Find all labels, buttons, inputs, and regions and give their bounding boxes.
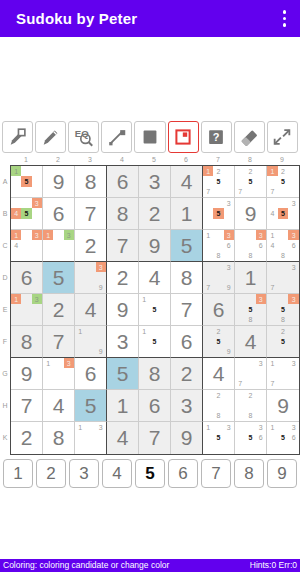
candidates: 37 — [267, 262, 299, 293]
cell-E1[interactable]: 13 — [11, 294, 43, 326]
cell-K3[interactable]: 13 — [75, 422, 107, 454]
cell-G6[interactable]: 2 — [171, 358, 203, 390]
big-digit: 4 — [213, 362, 225, 386]
col-label-6: 6 — [170, 155, 202, 165]
candidate-7: 7 — [203, 187, 213, 197]
cell-G9[interactable]: 137 — [267, 358, 299, 390]
big-digit: 5 — [181, 234, 193, 258]
big-digit: 3 — [181, 394, 193, 418]
cell-K4[interactable]: 4 — [107, 422, 139, 454]
digit-3-button[interactable]: 3 — [69, 459, 99, 488]
candidate-3: 3 — [224, 422, 234, 433]
app-title: Sudoku by Peter — [16, 10, 279, 27]
cell-E8[interactable]: 358 — [235, 294, 267, 326]
big-digit: 8 — [149, 362, 161, 386]
cell-A2[interactable]: 9 — [43, 166, 75, 198]
candidates: 13468 — [267, 230, 299, 261]
candidate-3: 3 — [96, 262, 106, 272]
candidate-7: 7 — [267, 187, 278, 197]
candidate-8: 8 — [245, 315, 255, 325]
candidates: 257 — [235, 166, 266, 197]
candidate-1: 1 — [11, 294, 21, 304]
big-digit: 8 — [53, 426, 65, 450]
cell-F3[interactable]: 19 — [75, 326, 107, 358]
cell-F2[interactable]: 7 — [43, 326, 75, 358]
big-digit: 8 — [85, 170, 97, 194]
candidate-1: 1 — [11, 230, 21, 240]
candidates: 345 — [11, 198, 42, 229]
cell-H2[interactable]: 4 — [43, 390, 75, 422]
candidate-5: 5 — [213, 208, 223, 218]
big-digit: 2 — [181, 362, 193, 386]
candidates: 25 — [267, 326, 299, 357]
cell-K8[interactable]: 356 — [235, 422, 267, 454]
candidate-1: 1 — [267, 422, 278, 433]
digit-1-button[interactable]: 1 — [3, 459, 33, 488]
candidate-1: 1 — [203, 166, 213, 176]
big-digit: 7 — [21, 394, 33, 418]
cell-K1[interactable]: 2 — [11, 422, 43, 454]
candidate-3: 3 — [96, 422, 106, 433]
cell-F6[interactable]: 6 — [171, 326, 203, 358]
row-label-F: F — [0, 325, 10, 357]
candidate-1: 1 — [43, 358, 53, 368]
pencil-tool-button[interactable] — [35, 121, 66, 153]
candidates: 39 — [75, 262, 106, 293]
cell-D1[interactable]: 6 — [11, 262, 43, 294]
col-label-9: 9 — [266, 155, 298, 165]
cell-B6[interactable]: 1 — [171, 198, 203, 230]
candidate-1: 1 — [267, 358, 278, 368]
cell-E9[interactable]: 358 — [267, 294, 299, 326]
row-label-A: A — [0, 165, 10, 197]
candidate-3: 3 — [288, 198, 299, 208]
pencil-box-icon — [7, 126, 29, 148]
candidates: 15 — [11, 166, 42, 197]
big-digit: 7 — [53, 330, 65, 354]
big-digit: 9 — [117, 298, 129, 322]
candidates: 15 — [139, 326, 170, 357]
candidate-1: 1 — [203, 422, 213, 433]
candidate-2: 2 — [245, 390, 255, 400]
candidate-5: 5 — [21, 176, 31, 186]
candidates: 358 — [267, 294, 299, 325]
candidate-4: 4 — [267, 240, 278, 250]
cell-D9[interactable]: 37 — [267, 262, 299, 294]
candidate-9: 9 — [224, 347, 234, 357]
cell-F4[interactable]: 3 — [107, 326, 139, 358]
col-label-5: 5 — [138, 155, 170, 165]
cell-D7[interactable]: 379 — [203, 262, 235, 294]
cell-C3[interactable]: 2 — [75, 230, 107, 262]
candidate-3: 3 — [224, 198, 234, 208]
cell-G5[interactable]: 8 — [139, 358, 171, 390]
cell-B4[interactable]: 8 — [107, 198, 139, 230]
big-digit: 5 — [85, 394, 97, 418]
candidate-9: 9 — [96, 347, 106, 357]
candidates: 379 — [203, 262, 234, 293]
cell-F9[interactable]: 25 — [267, 326, 299, 358]
big-digit: 6 — [85, 362, 97, 386]
candidate-3: 3 — [288, 230, 299, 240]
candidates: 13 — [43, 358, 74, 389]
candidate-5: 5 — [245, 433, 255, 444]
row-label-H: H — [0, 389, 10, 421]
cell-B1[interactable]: 345 — [11, 198, 43, 230]
candidate-5: 5 — [213, 433, 223, 444]
fill-tool-button[interactable] — [134, 121, 165, 153]
cell-H7[interactable]: 28 — [203, 390, 235, 422]
big-digit: 2 — [149, 202, 161, 226]
candidates: 135 — [203, 422, 234, 454]
row-label-D: D — [0, 261, 10, 293]
row-label-G: G — [0, 357, 10, 389]
cell-K2[interactable]: 8 — [43, 422, 75, 454]
candidate-3: 3 — [288, 358, 299, 368]
cell-H6[interactable]: 3 — [171, 390, 203, 422]
candidate-3: 3 — [256, 358, 266, 368]
cell-G7[interactable]: 4 — [203, 358, 235, 390]
candidate-7: 7 — [267, 379, 278, 389]
cell-D2[interactable]: 5 — [43, 262, 75, 294]
candidate-1: 1 — [203, 230, 213, 240]
big-digit: 8 — [21, 330, 33, 354]
line-box-icon — [106, 126, 128, 148]
candidates: 28 — [235, 390, 266, 421]
cell-D6[interactable]: 8 — [171, 262, 203, 294]
candidate-3: 3 — [32, 230, 42, 240]
eq-search-icon: EQ — [73, 126, 95, 148]
help-icon: ? — [205, 126, 227, 148]
candidate-7: 7 — [235, 187, 245, 197]
color-corner-icon — [172, 126, 194, 148]
candidate-5: 5 — [149, 304, 159, 314]
candidate-1: 1 — [75, 422, 85, 433]
coloring-tool-button[interactable] — [168, 121, 199, 153]
candidates: 1257 — [203, 166, 234, 197]
candidate-2: 2 — [278, 166, 289, 176]
candidate-5: 5 — [21, 208, 31, 218]
column-labels: 123456789 — [10, 155, 300, 165]
candidate-3: 3 — [256, 230, 266, 240]
candidate-1: 1 — [139, 294, 149, 304]
digit-2-button[interactable]: 2 — [36, 459, 66, 488]
cell-H4[interactable]: 1 — [107, 390, 139, 422]
sudoku-grid: 1598634125725712573456782135934513413279… — [10, 165, 300, 455]
candidate-5: 5 — [245, 304, 255, 314]
candidate-8: 8 — [245, 411, 255, 421]
cell-B9[interactable]: 345 — [267, 198, 299, 230]
big-digit: 7 — [181, 298, 193, 322]
expand-icon — [271, 126, 293, 148]
candidates: 345 — [267, 198, 299, 229]
candidates: 134 — [11, 230, 42, 261]
candidates: 13 — [43, 230, 74, 261]
candidates: 368 — [235, 230, 266, 261]
candidate-3: 3 — [256, 422, 266, 433]
big-digit: 5 — [117, 362, 129, 386]
candidate-4: 4 — [267, 208, 278, 218]
col-label-1: 1 — [10, 155, 42, 165]
big-digit: 6 — [213, 298, 225, 322]
candidate-7: 7 — [203, 283, 213, 293]
cell-A8[interactable]: 257 — [235, 166, 267, 198]
big-digit: 3 — [149, 170, 161, 194]
cell-A3[interactable]: 8 — [75, 166, 107, 198]
candidate-3: 3 — [224, 262, 234, 272]
col-label-4: 4 — [106, 155, 138, 165]
col-label-7: 7 — [202, 155, 234, 165]
big-digit: 2 — [117, 266, 129, 290]
col-label-8: 8 — [234, 155, 266, 165]
big-digit: 4 — [245, 330, 257, 354]
candidate-8: 8 — [245, 251, 255, 261]
candidates: 15 — [139, 294, 170, 325]
big-digit: 7 — [85, 202, 97, 226]
cell-B7[interactable]: 35 — [203, 198, 235, 230]
cell-B8[interactable]: 9 — [235, 198, 267, 230]
candidate-5: 5 — [278, 208, 289, 218]
big-digit: 9 — [53, 170, 65, 194]
cell-C9[interactable]: 13468 — [267, 230, 299, 262]
cell-D8[interactable]: 1 — [235, 262, 267, 294]
candidate-9: 9 — [224, 283, 234, 293]
candidates: 28 — [203, 390, 234, 421]
app: Sudoku by Peter EQ? 123456789 ABCDEFGHK … — [0, 0, 300, 572]
candidate-2: 2 — [245, 166, 255, 176]
candidate-7: 7 — [235, 379, 245, 389]
cell-D4[interactable]: 2 — [107, 262, 139, 294]
fullscreen-tool-button[interactable] — [267, 121, 298, 153]
big-digit: 9 — [181, 426, 193, 450]
cell-H8[interactable]: 28 — [235, 390, 267, 422]
cell-A9[interactable]: 1257 — [267, 166, 299, 198]
candidate-5: 5 — [213, 336, 223, 346]
candidate-2: 2 — [213, 326, 223, 336]
candidate-1: 1 — [11, 166, 21, 176]
cell-K6[interactable]: 9 — [171, 422, 203, 454]
candidate-3: 3 — [64, 230, 74, 240]
cell-A6[interactable]: 4 — [171, 166, 203, 198]
cell-G2[interactable]: 13 — [43, 358, 75, 390]
candidate-8: 8 — [278, 315, 289, 325]
candidates: 19 — [75, 326, 106, 357]
big-digit: 6 — [181, 330, 193, 354]
big-digit: 4 — [117, 426, 129, 450]
candidate-3: 3 — [224, 230, 234, 240]
candidate-1: 1 — [43, 230, 53, 240]
candidate-4: 4 — [11, 240, 21, 250]
candidate-4: 4 — [11, 208, 21, 218]
app-bar: Sudoku by Peter — [0, 0, 300, 37]
number-pad: 123456789 — [0, 459, 300, 488]
status-counters: Hints:0 Err:0 — [250, 559, 297, 572]
big-digit: 3 — [117, 330, 129, 354]
digit-7-button[interactable]: 7 — [201, 459, 231, 488]
cell-H5[interactable]: 6 — [139, 390, 171, 422]
cell-B2[interactable]: 6 — [43, 198, 75, 230]
cell-B3[interactable]: 7 — [75, 198, 107, 230]
candidates: 13 — [11, 294, 42, 325]
digit-5-button[interactable]: 5 — [135, 459, 165, 488]
cell-H9[interactable]: 9 — [267, 390, 299, 422]
candidates: 35 — [203, 198, 234, 229]
row-labels: ABCDEFGHK — [0, 165, 10, 455]
cell-G8[interactable]: 37 — [235, 358, 267, 390]
cell-F5[interactable]: 15 — [139, 326, 171, 358]
cell-F1[interactable]: 8 — [11, 326, 43, 358]
candidate-5: 5 — [149, 336, 159, 346]
row-label-C: C — [0, 229, 10, 261]
candidate-8: 8 — [213, 251, 223, 261]
candidate-3: 3 — [256, 294, 266, 304]
candidate-3: 3 — [288, 422, 299, 433]
toolbar: EQ? — [0, 121, 300, 153]
big-digit: 9 — [277, 394, 289, 418]
big-digit: 8 — [181, 266, 193, 290]
edit-note-tool-button[interactable] — [2, 121, 33, 153]
candidates: 1368 — [203, 230, 234, 261]
hint-tool-button[interactable]: ? — [201, 121, 232, 153]
cell-G1[interactable]: 9 — [11, 358, 43, 390]
candidate-7: 7 — [267, 283, 278, 293]
big-digit: 6 — [149, 394, 161, 418]
candidate-3: 3 — [288, 262, 299, 272]
col-label-3: 3 — [74, 155, 106, 165]
row-label-E: E — [0, 293, 10, 325]
digit-4-button[interactable]: 4 — [102, 459, 132, 488]
candidates: 37 — [235, 358, 266, 389]
cell-E2[interactable]: 2 — [43, 294, 75, 326]
candidate-8: 8 — [278, 251, 289, 261]
chain-tool-button[interactable] — [101, 121, 132, 153]
candidate-6: 6 — [256, 433, 266, 444]
cell-F7[interactable]: 259 — [203, 326, 235, 358]
cell-C8[interactable]: 368 — [235, 230, 267, 262]
svg-text:?: ? — [213, 131, 220, 143]
status-bar: Coloring: coloring candidate or change c… — [0, 559, 300, 572]
cell-E6[interactable]: 7 — [171, 294, 203, 326]
candidate-2: 2 — [213, 166, 223, 176]
cell-E3[interactable]: 4 — [75, 294, 107, 326]
big-digit: 9 — [245, 202, 257, 226]
big-digit: 1 — [117, 394, 129, 418]
big-digit: 8 — [117, 202, 129, 226]
cell-A4[interactable]: 6 — [107, 166, 139, 198]
candidate-3: 3 — [64, 358, 74, 368]
cell-C6[interactable]: 5 — [171, 230, 203, 262]
cell-C1[interactable]: 134 — [11, 230, 43, 262]
candidate-2: 2 — [213, 390, 223, 400]
row-label-B: B — [0, 197, 10, 229]
big-digit: 4 — [53, 394, 65, 418]
candidates: 356 — [235, 422, 266, 454]
eraser-tool-button[interactable] — [234, 121, 265, 153]
cell-K9[interactable]: 1356 — [267, 422, 299, 454]
big-digit: 9 — [149, 234, 161, 258]
candidate-5: 5 — [213, 176, 223, 186]
candidate-1: 1 — [267, 166, 278, 176]
candidates: 1356 — [267, 422, 299, 454]
big-digit: 4 — [181, 170, 193, 194]
cell-C2[interactable]: 13 — [43, 230, 75, 262]
cell-C7[interactable]: 1368 — [203, 230, 235, 262]
candidate-2: 2 — [278, 326, 289, 336]
cell-A1[interactable]: 15 — [11, 166, 43, 198]
candidate-9: 9 — [96, 283, 106, 293]
cell-E4[interactable]: 9 — [107, 294, 139, 326]
status-message: Coloring: coloring candidate or change c… — [3, 559, 169, 572]
big-digit: 4 — [85, 298, 97, 322]
candidate-3: 3 — [288, 294, 299, 304]
analyze-tool-button[interactable]: EQ — [68, 121, 99, 153]
cell-K7[interactable]: 135 — [203, 422, 235, 454]
cell-E5[interactable]: 15 — [139, 294, 171, 326]
cell-D3[interactable]: 39 — [75, 262, 107, 294]
big-digit: 6 — [21, 266, 33, 290]
digit-9-button[interactable]: 9 — [267, 459, 297, 488]
big-digit: 9 — [21, 362, 33, 386]
candidate-6: 6 — [224, 240, 234, 250]
cell-D5[interactable]: 4 — [139, 262, 171, 294]
candidate-5: 5 — [245, 176, 255, 186]
cell-H1[interactable]: 7 — [11, 390, 43, 422]
candidate-1: 1 — [139, 326, 149, 336]
big-digit: 6 — [53, 202, 65, 226]
candidate-5: 5 — [278, 336, 289, 346]
big-digit: 1 — [181, 202, 193, 226]
fill-square-icon — [139, 126, 161, 148]
big-digit: 2 — [21, 426, 33, 450]
candidates: 1257 — [267, 166, 299, 197]
cell-E7[interactable]: 6 — [203, 294, 235, 326]
digit-8-button[interactable]: 8 — [234, 459, 264, 488]
candidate-3: 3 — [32, 198, 42, 208]
cell-A7[interactable]: 1257 — [203, 166, 235, 198]
big-digit: 2 — [53, 298, 65, 322]
candidate-6: 6 — [288, 433, 299, 444]
candidate-1: 1 — [75, 326, 85, 336]
big-digit: 7 — [117, 234, 129, 258]
digit-6-button[interactable]: 6 — [168, 459, 198, 488]
overflow-menu-icon[interactable] — [279, 6, 291, 31]
candidate-5: 5 — [278, 433, 289, 444]
candidate-6: 6 — [288, 240, 299, 250]
cell-G4[interactable]: 5 — [107, 358, 139, 390]
cell-K5[interactable]: 7 — [139, 422, 171, 454]
candidates: 137 — [267, 358, 299, 389]
candidates: 259 — [203, 326, 234, 357]
candidate-8: 8 — [213, 411, 223, 421]
cell-C5[interactable]: 9 — [139, 230, 171, 262]
big-digit: 1 — [245, 266, 257, 290]
row-label-K: K — [0, 421, 10, 453]
candidate-6: 6 — [256, 240, 266, 250]
cell-F8[interactable]: 4 — [235, 326, 267, 358]
cell-G3[interactable]: 6 — [75, 358, 107, 390]
cell-C4[interactable]: 7 — [107, 230, 139, 262]
cell-B5[interactable]: 2 — [139, 198, 171, 230]
big-digit: 4 — [149, 266, 161, 290]
cell-H3[interactable]: 5 — [75, 390, 107, 422]
candidate-3: 3 — [32, 294, 42, 304]
col-label-2: 2 — [42, 155, 74, 165]
candidate-5: 5 — [278, 304, 289, 314]
big-digit: 2 — [85, 234, 97, 258]
cell-A5[interactable]: 3 — [139, 166, 171, 198]
big-digit: 7 — [149, 426, 161, 450]
big-digit: 5 — [53, 266, 65, 290]
